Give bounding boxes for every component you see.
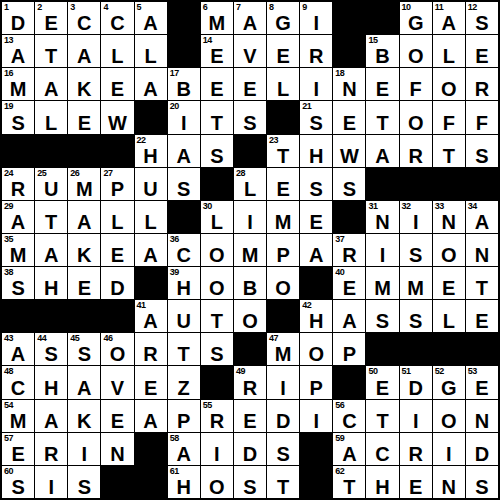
cell-r15c12[interactable]: H <box>366 466 398 498</box>
cell-r3c12[interactable]: E <box>366 68 398 100</box>
cell-letter: A <box>168 146 200 166</box>
cell-r12c12[interactable]: 50E <box>366 366 398 398</box>
cell-letter: I <box>68 444 100 464</box>
cell-r7c9[interactable]: M <box>267 201 299 233</box>
cell-letter: I <box>201 444 233 464</box>
black-cell-r14c10 <box>300 433 332 465</box>
cell-r13c13[interactable]: I <box>400 400 432 432</box>
cell-r4c7[interactable]: T <box>201 101 233 133</box>
cell-r3c3[interactable]: K <box>68 68 100 100</box>
cell-r4c2[interactable]: L <box>35 101 67 133</box>
cell-r4c15[interactable]: F <box>466 101 498 133</box>
cell-r3c13[interactable]: F <box>400 68 432 100</box>
cell-r14c11[interactable]: 59A <box>333 433 365 465</box>
cell-letter: A <box>333 311 365 331</box>
cell-r8c1[interactable]: 35M <box>2 234 34 266</box>
cell-letter: Z <box>168 378 200 398</box>
clue-number: 47 <box>269 333 278 343</box>
cell-letter: U <box>35 179 67 199</box>
black-cell-r6c7 <box>201 168 233 200</box>
black-cell-r7c6 <box>168 201 200 233</box>
cell-letter: A <box>2 46 34 66</box>
cell-r7c2[interactable]: T <box>35 201 67 233</box>
cell-r10c11[interactable]: A <box>333 300 365 332</box>
cell-r15c1[interactable]: 60S <box>2 466 34 498</box>
cell-r5c5[interactable]: 22H <box>135 135 167 167</box>
cell-r14c2[interactable]: R <box>35 433 67 465</box>
cell-letter: T <box>35 46 67 66</box>
cell-letter: E <box>400 477 432 497</box>
cell-r6c4[interactable]: 27P <box>101 168 133 200</box>
cell-r14c4[interactable]: N <box>101 433 133 465</box>
black-cell-r2c6 <box>168 35 200 67</box>
clue-number: 9 <box>302 2 307 12</box>
cell-r2c14[interactable]: L <box>433 35 465 67</box>
cell-r3c4[interactable]: E <box>101 68 133 100</box>
cell-letter: R <box>400 146 432 166</box>
clue-number: 50 <box>368 366 377 376</box>
cell-r7c12[interactable]: 31N <box>366 201 398 233</box>
cell-r5c12[interactable]: A <box>366 135 398 167</box>
cell-r14c1[interactable]: 57E <box>2 433 34 465</box>
clue-number: 57 <box>4 433 13 443</box>
cell-letter: G <box>267 13 299 33</box>
cell-r12c13[interactable]: 51D <box>400 366 432 398</box>
cell-r8c6[interactable]: 36C <box>168 234 200 266</box>
cell-r7c3[interactable]: A <box>68 201 100 233</box>
clue-number: 7 <box>236 2 241 12</box>
cell-r8c12[interactable]: I <box>366 234 398 266</box>
cell-letter: L <box>433 46 465 66</box>
clue-number: 33 <box>435 201 444 211</box>
cell-r1c3[interactable]: 3C <box>68 2 100 34</box>
cell-r3c1[interactable]: 16M <box>2 68 34 100</box>
cell-r12c1[interactable]: 48C <box>2 366 34 398</box>
cell-letter: A <box>2 212 34 232</box>
cell-r15c14[interactable]: N <box>433 466 465 498</box>
cell-r4c4[interactable]: W <box>101 101 133 133</box>
clue-number: 26 <box>70 168 79 178</box>
cell-r2c1[interactable]: 13A <box>2 35 34 67</box>
cell-r3c11[interactable]: 18N <box>333 68 365 100</box>
cell-letter: H <box>35 378 67 398</box>
cell-r10c6[interactable]: U <box>168 300 200 332</box>
cell-r14c15[interactable]: D <box>466 433 498 465</box>
cell-letter: S <box>68 477 100 497</box>
cell-r8c3[interactable]: K <box>68 234 100 266</box>
cell-r14c13[interactable]: R <box>400 433 432 465</box>
clue-number: 31 <box>368 201 377 211</box>
cell-r3c9[interactable]: L <box>267 68 299 100</box>
cell-letter: N <box>433 212 465 232</box>
cell-letter: N <box>466 411 498 431</box>
clue-number: 54 <box>4 400 13 410</box>
clue-number: 4 <box>103 2 108 12</box>
cell-r8c4[interactable]: E <box>101 234 133 266</box>
cell-r13c7[interactable]: 55R <box>201 400 233 432</box>
clue-number: 10 <box>402 2 411 12</box>
cell-r14c3[interactable]: I <box>68 433 100 465</box>
black-cell-r11c14 <box>433 333 465 365</box>
cell-letter: W <box>333 146 365 166</box>
cell-r15c6[interactable]: 61H <box>168 466 200 498</box>
cell-r5c9[interactable]: 23T <box>267 135 299 167</box>
cell-letter: P <box>333 344 365 364</box>
cell-letter: S <box>366 311 398 331</box>
cell-r14c8[interactable]: D <box>234 433 266 465</box>
cell-r13c15[interactable]: N <box>466 400 498 432</box>
cell-r4c11[interactable]: E <box>333 101 365 133</box>
cell-r6c9[interactable]: E <box>267 168 299 200</box>
cell-r10c12[interactable]: S <box>366 300 398 332</box>
cell-r3c2[interactable]: A <box>35 68 67 100</box>
cell-letter: A <box>35 411 67 431</box>
cell-r5c7[interactable]: S <box>201 135 233 167</box>
cell-r2c5[interactable]: L <box>135 35 167 67</box>
black-cell-r5c1 <box>2 135 34 167</box>
cell-r13c2[interactable]: A <box>35 400 67 432</box>
cell-r12c14[interactable]: 52G <box>433 366 465 398</box>
cell-letter: E <box>35 13 67 33</box>
cell-r3c7[interactable]: E <box>201 68 233 100</box>
cell-r6c6[interactable]: S <box>168 168 200 200</box>
cell-r8c5[interactable]: A <box>135 234 167 266</box>
cell-letter: A <box>333 444 365 464</box>
cell-r9c15[interactable]: T <box>466 267 498 299</box>
cell-r13c5[interactable]: A <box>135 400 167 432</box>
cell-r5c6[interactable]: A <box>168 135 200 167</box>
cell-r14c12[interactable]: C <box>366 433 398 465</box>
cell-r11c1[interactable]: 43A <box>2 333 34 365</box>
cell-r2c15[interactable]: E <box>466 35 498 67</box>
cell-letter: E <box>234 411 266 431</box>
cell-r8c15[interactable]: N <box>466 234 498 266</box>
cell-r9c6[interactable]: 39H <box>168 267 200 299</box>
cell-r7c10[interactable]: E <box>300 201 332 233</box>
cell-letter: S <box>35 344 67 364</box>
cell-letter: E <box>366 378 398 398</box>
cell-r11c6[interactable]: T <box>168 333 200 365</box>
cell-r1c4[interactable]: 4C <box>101 2 133 34</box>
cell-r12c8[interactable]: 49R <box>234 366 266 398</box>
cell-letter: L <box>234 179 266 199</box>
cell-r10c14[interactable]: L <box>433 300 465 332</box>
cell-r9c7[interactable]: O <box>201 267 233 299</box>
cell-r6c8[interactable]: 28L <box>234 168 266 200</box>
cell-r7c7[interactable]: 30L <box>201 201 233 233</box>
cell-r1c7[interactable]: 6M <box>201 2 233 34</box>
cell-letter: E <box>201 79 233 99</box>
cell-r8c10[interactable]: A <box>300 234 332 266</box>
cell-r13c9[interactable]: D <box>267 400 299 432</box>
cell-r13c3[interactable]: K <box>68 400 100 432</box>
cell-r15c13[interactable]: E <box>400 466 432 498</box>
cell-letter: C <box>333 411 365 431</box>
cell-letter: D <box>101 278 133 298</box>
cell-letter: E <box>2 444 34 464</box>
cell-r14c9[interactable]: S <box>267 433 299 465</box>
cell-letter: E <box>101 245 133 265</box>
cell-r9c14[interactable]: E <box>433 267 465 299</box>
cell-r10c8[interactable]: O <box>234 300 266 332</box>
cell-letter: S <box>333 179 365 199</box>
cell-letter: H <box>168 477 200 497</box>
cell-r1c8[interactable]: 7A <box>234 2 266 34</box>
cell-r6c3[interactable]: 26M <box>68 168 100 200</box>
clue-number: 60 <box>4 466 13 476</box>
cell-r12c4[interactable]: V <box>101 366 133 398</box>
cell-r13c11[interactable]: 56C <box>333 400 365 432</box>
cell-r2c13[interactable]: O <box>400 35 432 67</box>
cell-r3c5[interactable]: A <box>135 68 167 100</box>
cell-r3c8[interactable]: E <box>234 68 266 100</box>
cell-r15c11[interactable]: 62T <box>333 466 365 498</box>
cell-r1c13[interactable]: 10G <box>400 2 432 34</box>
cell-r13c1[interactable]: 54M <box>2 400 34 432</box>
cell-r13c10[interactable]: I <box>300 400 332 432</box>
cell-r9c2[interactable]: H <box>35 267 67 299</box>
clue-number: 34 <box>468 201 477 211</box>
cell-r13c8[interactable]: E <box>234 400 266 432</box>
cell-letter: I <box>35 477 67 497</box>
cell-letter: C <box>68 13 100 33</box>
cell-r7c5[interactable]: L <box>135 201 167 233</box>
cell-r6c11[interactable]: S <box>333 168 365 200</box>
cell-r15c8[interactable]: S <box>234 466 266 498</box>
cell-r15c9[interactable]: T <box>267 466 299 498</box>
cell-letter: E <box>300 212 332 232</box>
clue-number: 1 <box>4 2 9 12</box>
cell-r1c14[interactable]: 11A <box>433 2 465 34</box>
cell-r3c15[interactable]: R <box>466 68 498 100</box>
clue-number: 20 <box>170 101 179 111</box>
cell-r10c10[interactable]: 42H <box>300 300 332 332</box>
cell-letter: L <box>433 311 465 331</box>
cell-r1c1[interactable]: 1D <box>2 2 34 34</box>
cell-letter: P <box>267 245 299 265</box>
cell-r10c5[interactable]: 41A <box>135 300 167 332</box>
clue-number: 53 <box>468 366 477 376</box>
cell-r13c4[interactable]: E <box>101 400 133 432</box>
cell-letter: E <box>201 46 233 66</box>
cell-r13c6[interactable]: P <box>168 400 200 432</box>
cell-r9c12[interactable]: M <box>366 267 398 299</box>
cell-r10c15[interactable]: E <box>466 300 498 332</box>
cell-letter: L <box>101 212 133 232</box>
cell-r4c14[interactable]: F <box>433 101 465 133</box>
cell-r12c10[interactable]: P <box>300 366 332 398</box>
clue-number: 49 <box>236 366 245 376</box>
cell-r7c14[interactable]: 33N <box>433 201 465 233</box>
cell-r12c9[interactable]: I <box>267 366 299 398</box>
black-cell-r14c5 <box>135 433 167 465</box>
cell-r4c10[interactable]: 21S <box>300 101 332 133</box>
cell-r8c11[interactable]: 37R <box>333 234 365 266</box>
black-cell-r6c12 <box>366 168 398 200</box>
black-cell-r2c11 <box>333 35 365 67</box>
clue-number: 37 <box>335 234 344 244</box>
cell-r12c3[interactable]: A <box>68 366 100 398</box>
cell-letter: S <box>201 344 233 364</box>
cell-r3c6[interactable]: 17B <box>168 68 200 100</box>
cell-letter: O <box>433 411 465 431</box>
cell-r2c4[interactable]: L <box>101 35 133 67</box>
cell-letter: A <box>135 13 167 33</box>
cell-letter: S <box>466 13 498 33</box>
cell-letter: O <box>300 344 332 364</box>
clue-number: 16 <box>4 68 13 78</box>
cell-r4c8[interactable]: S <box>234 101 266 133</box>
cell-letter: S <box>234 477 266 497</box>
cell-letter: O <box>234 311 266 331</box>
cell-r2c10[interactable]: R <box>300 35 332 67</box>
cell-r9c4[interactable]: D <box>101 267 133 299</box>
cell-letter: H <box>168 278 200 298</box>
cell-letter: S <box>2 278 34 298</box>
cell-letter: E <box>333 113 365 133</box>
cell-letter: E <box>466 378 498 398</box>
clue-number: 6 <box>203 2 208 12</box>
cell-r15c15[interactable]: S <box>466 466 498 498</box>
cell-r15c2[interactable]: I <box>35 466 67 498</box>
cell-letter: M <box>201 13 233 33</box>
cell-r5c14[interactable]: T <box>433 135 465 167</box>
cell-r11c5[interactable]: R <box>135 333 167 365</box>
clue-number: 59 <box>335 433 344 443</box>
cell-letter: I <box>300 79 332 99</box>
cell-r1c9[interactable]: 8G <box>267 2 299 34</box>
clue-number: 19 <box>4 101 13 111</box>
cell-letter: M <box>2 245 34 265</box>
cell-r7c4[interactable]: L <box>101 201 133 233</box>
cell-r6c1[interactable]: 24R <box>2 168 34 200</box>
cell-r10c13[interactable]: S <box>400 300 432 332</box>
cell-r7c8[interactable]: I <box>234 201 266 233</box>
cell-r13c14[interactable]: O <box>433 400 465 432</box>
cell-r5c15[interactable]: S <box>466 135 498 167</box>
cell-r4c12[interactable]: T <box>366 101 398 133</box>
cell-r4c1[interactable]: 19S <box>2 101 34 133</box>
cell-r8c13[interactable]: S <box>400 234 432 266</box>
cell-letter: S <box>68 344 100 364</box>
cell-r13c12[interactable]: T <box>366 400 398 432</box>
cell-r1c15[interactable]: 12S <box>466 2 498 34</box>
cell-r4c3[interactable]: E <box>68 101 100 133</box>
cell-r11c4[interactable]: 46O <box>101 333 133 365</box>
cell-r3c10[interactable]: I <box>300 68 332 100</box>
cell-r11c3[interactable]: 45S <box>68 333 100 365</box>
clue-number: 5 <box>137 2 142 12</box>
cell-r12c5[interactable]: E <box>135 366 167 398</box>
cell-r8c7[interactable]: O <box>201 234 233 266</box>
cell-letter: T <box>267 477 299 497</box>
cell-r2c8[interactable]: V <box>234 35 266 67</box>
cell-r3c14[interactable]: O <box>433 68 465 100</box>
cell-r12c2[interactable]: H <box>35 366 67 398</box>
cell-r14c7[interactable]: I <box>201 433 233 465</box>
cell-r7c13[interactable]: 32I <box>400 201 432 233</box>
cell-r2c7[interactable]: 14E <box>201 35 233 67</box>
black-cell-r4c9 <box>267 101 299 133</box>
cell-r1c2[interactable]: 2E <box>35 2 67 34</box>
cell-r8c9[interactable]: P <box>267 234 299 266</box>
cell-r15c7[interactable]: O <box>201 466 233 498</box>
cell-r11c7[interactable]: S <box>201 333 233 365</box>
cell-letter: P <box>300 378 332 398</box>
cell-r14c14[interactable]: I <box>433 433 465 465</box>
cell-r10c7[interactable]: T <box>201 300 233 332</box>
cell-r9c1[interactable]: 38S <box>2 267 34 299</box>
cell-r2c3[interactable]: A <box>68 35 100 67</box>
clue-number: 12 <box>468 2 477 12</box>
cell-letter: R <box>234 378 266 398</box>
cell-letter: F <box>400 79 432 99</box>
cell-r2c2[interactable]: T <box>35 35 67 67</box>
cell-r9c3[interactable]: E <box>68 267 100 299</box>
cell-r1c5[interactable]: 5A <box>135 2 167 34</box>
cell-r6c5[interactable]: U <box>135 168 167 200</box>
cell-letter: M <box>2 411 34 431</box>
cell-r9c11[interactable]: 40E <box>333 267 365 299</box>
cell-r2c12[interactable]: 15B <box>366 35 398 67</box>
cell-letter: V <box>234 46 266 66</box>
cell-r4c13[interactable]: O <box>400 101 432 133</box>
cell-r6c2[interactable]: 25U <box>35 168 67 200</box>
cell-r11c2[interactable]: 44S <box>35 333 67 365</box>
cell-r11c10[interactable]: O <box>300 333 332 365</box>
black-cell-r4c5 <box>135 101 167 133</box>
black-cell-r6c14 <box>433 168 465 200</box>
clue-number: 18 <box>335 68 344 78</box>
clue-number: 48 <box>4 366 13 376</box>
cell-r15c3[interactable]: S <box>68 466 100 498</box>
cell-r7c15[interactable]: 34A <box>466 201 498 233</box>
cell-letter: K <box>68 245 100 265</box>
cell-r14c6[interactable]: 58A <box>168 433 200 465</box>
cell-r11c9[interactable]: 47M <box>267 333 299 365</box>
cell-r9c8[interactable]: B <box>234 267 266 299</box>
cell-r1c10[interactable]: 9I <box>300 2 332 34</box>
cell-r11c11[interactable]: P <box>333 333 365 365</box>
cell-r6c10[interactable]: S <box>300 168 332 200</box>
cell-r9c9[interactable]: O <box>267 267 299 299</box>
cell-r7c1[interactable]: 29A <box>2 201 34 233</box>
cell-letter: I <box>300 411 332 431</box>
cell-r12c15[interactable]: 53E <box>466 366 498 398</box>
cell-r12c6[interactable]: Z <box>168 366 200 398</box>
cell-r5c11[interactable]: W <box>333 135 365 167</box>
cell-r5c13[interactable]: R <box>400 135 432 167</box>
cell-r8c14[interactable]: O <box>433 234 465 266</box>
cell-r2c9[interactable]: E <box>267 35 299 67</box>
cell-r5c10[interactable]: H <box>300 135 332 167</box>
cell-letter: B <box>168 79 200 99</box>
cell-r4c6[interactable]: 20I <box>168 101 200 133</box>
cell-r8c8[interactable]: M <box>234 234 266 266</box>
clue-number: 58 <box>170 433 179 443</box>
cell-letter: D <box>267 411 299 431</box>
cell-letter: R <box>2 179 34 199</box>
cell-letter: K <box>68 411 100 431</box>
cell-r8c2[interactable]: A <box>35 234 67 266</box>
cell-r9c13[interactable]: M <box>400 267 432 299</box>
clue-number: 39 <box>170 267 179 277</box>
cell-letter: P <box>101 179 133 199</box>
clue-number: 62 <box>335 466 344 476</box>
cell-letter: T <box>366 411 398 431</box>
cell-letter: E <box>267 179 299 199</box>
cell-letter: M <box>400 278 432 298</box>
